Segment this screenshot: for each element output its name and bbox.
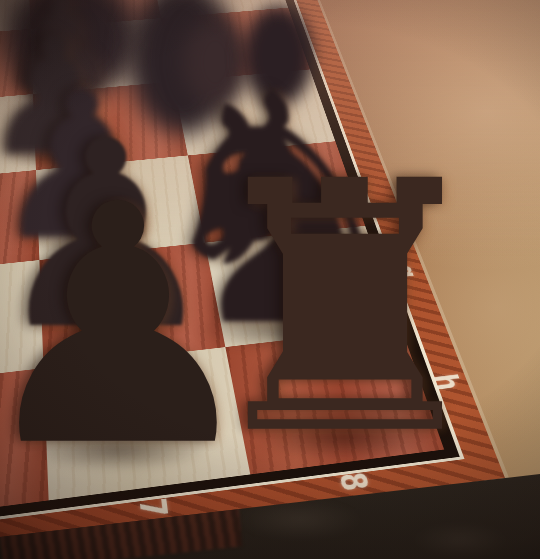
chess-photo-scene: 78gh ♟♟♟♞♟♜♟ [0,0,540,559]
piece-pawn-h7: ♟ [0,162,266,492]
pieces-layer: ♟♟♟♞♟♜♟ [0,0,540,559]
